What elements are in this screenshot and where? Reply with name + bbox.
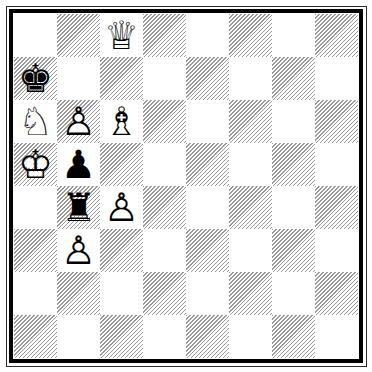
square-e3 [186, 229, 229, 272]
white-bishop-glyph: ♗ [100, 100, 143, 143]
white-pawn-glyph: ♙ [57, 229, 100, 272]
square-c6: ♝♗ [100, 100, 143, 143]
square-e6 [186, 100, 229, 143]
square-g6 [272, 100, 315, 143]
square-g4 [272, 186, 315, 229]
square-g2 [272, 272, 315, 315]
black-pawn-glyph: ♟ [57, 143, 100, 186]
square-e5 [186, 143, 229, 186]
square-f8 [229, 14, 272, 57]
square-d5 [143, 143, 186, 186]
white-pawn: ♟♙ [100, 186, 143, 229]
square-g3 [272, 229, 315, 272]
white-bishop: ♝♗ [100, 100, 143, 143]
white-queen-glyph: ♕ [100, 14, 143, 57]
chess-diagram: ♛♕♚♚♞♘♟♙♝♗♚♔♟♟♜♜♟♙♟♙ [0, 0, 372, 372]
square-e1 [186, 315, 229, 358]
square-f7 [229, 57, 272, 100]
square-a2 [14, 272, 57, 315]
square-b3: ♟♙ [57, 229, 100, 272]
black-rook: ♜♜ [57, 186, 100, 229]
square-h5 [315, 143, 358, 186]
square-b5: ♟♟ [57, 143, 100, 186]
square-b2 [57, 272, 100, 315]
square-e4 [186, 186, 229, 229]
black-king-glyph: ♚ [14, 57, 57, 100]
square-h3 [315, 229, 358, 272]
square-d8 [143, 14, 186, 57]
square-h1 [315, 315, 358, 358]
white-pawn: ♟♙ [57, 100, 100, 143]
white-pawn: ♟♙ [57, 229, 100, 272]
white-king: ♚♔ [14, 143, 57, 186]
chess-board: ♛♕♚♚♞♘♟♙♝♗♚♔♟♟♜♜♟♙♟♙ [14, 14, 358, 358]
white-pawn-glyph: ♙ [57, 100, 100, 143]
square-c2 [100, 272, 143, 315]
square-h6 [315, 100, 358, 143]
board-inner-frame: ♛♕♚♚♞♘♟♙♝♗♚♔♟♟♜♜♟♙♟♙ [9, 9, 363, 363]
square-g5 [272, 143, 315, 186]
square-g7 [272, 57, 315, 100]
square-a6: ♞♘ [14, 100, 57, 143]
square-a1 [14, 315, 57, 358]
square-b6: ♟♙ [57, 100, 100, 143]
square-d7 [143, 57, 186, 100]
square-d2 [143, 272, 186, 315]
square-a7: ♚♚ [14, 57, 57, 100]
square-c8: ♛♕ [100, 14, 143, 57]
square-g8 [272, 14, 315, 57]
square-d1 [143, 315, 186, 358]
white-knight: ♞♘ [14, 100, 57, 143]
square-b7 [57, 57, 100, 100]
square-d6 [143, 100, 186, 143]
square-b4: ♜♜ [57, 186, 100, 229]
square-h7 [315, 57, 358, 100]
square-a4 [14, 186, 57, 229]
square-h2 [315, 272, 358, 315]
square-c1 [100, 315, 143, 358]
square-c5 [100, 143, 143, 186]
square-c7 [100, 57, 143, 100]
square-a3 [14, 229, 57, 272]
square-b1 [57, 315, 100, 358]
square-e8 [186, 14, 229, 57]
square-h4 [315, 186, 358, 229]
square-a5: ♚♔ [14, 143, 57, 186]
square-d3 [143, 229, 186, 272]
square-c3 [100, 229, 143, 272]
white-queen: ♛♕ [100, 14, 143, 57]
white-knight-glyph: ♘ [14, 100, 57, 143]
square-g1 [272, 315, 315, 358]
square-d4 [143, 186, 186, 229]
black-pawn: ♟♟ [57, 143, 100, 186]
square-a8 [14, 14, 57, 57]
square-e7 [186, 57, 229, 100]
square-h8 [315, 14, 358, 57]
black-rook-glyph: ♜ [57, 186, 100, 229]
square-f4 [229, 186, 272, 229]
white-pawn-glyph: ♙ [100, 186, 143, 229]
square-f6 [229, 100, 272, 143]
square-f2 [229, 272, 272, 315]
square-c4: ♟♙ [100, 186, 143, 229]
square-f3 [229, 229, 272, 272]
square-f1 [229, 315, 272, 358]
square-e2 [186, 272, 229, 315]
square-b8 [57, 14, 100, 57]
square-f5 [229, 143, 272, 186]
board-outer-frame: ♛♕♚♚♞♘♟♙♝♗♚♔♟♟♜♜♟♙♟♙ [6, 6, 367, 367]
black-king: ♚♚ [14, 57, 57, 100]
white-king-glyph: ♔ [14, 143, 57, 186]
